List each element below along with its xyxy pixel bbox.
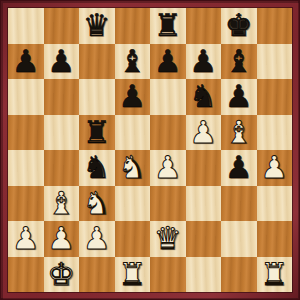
white-queen[interactable]: ♛	[154, 221, 182, 257]
square-g1[interactable]	[221, 257, 257, 293]
white-bishop[interactable]: ♝	[47, 186, 75, 222]
square-f8[interactable]	[186, 8, 222, 44]
square-d2[interactable]	[115, 221, 151, 257]
white-knight[interactable]: ♞	[83, 186, 111, 222]
square-f1[interactable]	[186, 257, 222, 293]
square-f5[interactable]: ♟	[186, 115, 222, 151]
black-pawn[interactable]: ♟	[47, 44, 75, 80]
square-b6[interactable]	[44, 79, 80, 115]
square-c2[interactable]: ♟	[79, 221, 115, 257]
square-h3[interactable]	[257, 186, 293, 222]
white-pawn[interactable]: ♟	[189, 115, 217, 151]
square-d6[interactable]: ♟	[115, 79, 151, 115]
square-d7[interactable]: ♝	[115, 44, 151, 80]
white-pawn[interactable]: ♟	[83, 221, 111, 257]
square-e7[interactable]: ♟	[150, 44, 186, 80]
square-f4[interactable]	[186, 150, 222, 186]
square-d4[interactable]: ♞	[115, 150, 151, 186]
square-h4[interactable]: ♟	[257, 150, 293, 186]
black-queen[interactable]: ♛	[83, 8, 111, 44]
square-h8[interactable]	[257, 8, 293, 44]
square-c1[interactable]	[79, 257, 115, 293]
square-f7[interactable]: ♟	[186, 44, 222, 80]
square-e6[interactable]	[150, 79, 186, 115]
square-e5[interactable]	[150, 115, 186, 151]
square-c7[interactable]	[79, 44, 115, 80]
black-pawn[interactable]: ♟	[225, 79, 253, 115]
white-knight[interactable]: ♞	[118, 150, 146, 186]
white-pawn[interactable]: ♟	[12, 221, 40, 257]
square-g8[interactable]: ♚	[221, 8, 257, 44]
square-a3[interactable]	[8, 186, 44, 222]
board-frame: ♛♜♚♟♟♝♟♟♝♟♞♟♜♟♝♞♞♟♟♟♝♞♟♟♟♛♚♜♜	[0, 0, 300, 300]
square-a8[interactable]	[8, 8, 44, 44]
square-e8[interactable]: ♜	[150, 8, 186, 44]
square-b7[interactable]: ♟	[44, 44, 80, 80]
square-f2[interactable]	[186, 221, 222, 257]
square-c3[interactable]: ♞	[79, 186, 115, 222]
black-king[interactable]: ♚	[225, 8, 253, 44]
square-g6[interactable]: ♟	[221, 79, 257, 115]
square-b8[interactable]	[44, 8, 80, 44]
square-g2[interactable]	[221, 221, 257, 257]
black-rook[interactable]: ♜	[154, 8, 182, 44]
square-e1[interactable]	[150, 257, 186, 293]
square-g7[interactable]: ♝	[221, 44, 257, 80]
black-pawn[interactable]: ♟	[154, 44, 182, 80]
black-pawn[interactable]: ♟	[118, 79, 146, 115]
square-b4[interactable]	[44, 150, 80, 186]
white-bishop[interactable]: ♝	[225, 115, 253, 151]
black-bishop[interactable]: ♝	[225, 44, 253, 80]
black-bishop[interactable]: ♝	[118, 44, 146, 80]
square-c4[interactable]: ♞	[79, 150, 115, 186]
chess-board: ♛♜♚♟♟♝♟♟♝♟♞♟♜♟♝♞♞♟♟♟♝♞♟♟♟♛♚♜♜	[8, 8, 292, 292]
square-a6[interactable]	[8, 79, 44, 115]
square-h5[interactable]	[257, 115, 293, 151]
white-pawn[interactable]: ♟	[154, 150, 182, 186]
square-d5[interactable]	[115, 115, 151, 151]
square-b5[interactable]	[44, 115, 80, 151]
square-e3[interactable]	[150, 186, 186, 222]
white-king[interactable]: ♚	[47, 257, 75, 293]
square-b3[interactable]: ♝	[44, 186, 80, 222]
square-b1[interactable]: ♚	[44, 257, 80, 293]
square-d3[interactable]	[115, 186, 151, 222]
square-c6[interactable]	[79, 79, 115, 115]
square-g3[interactable]	[221, 186, 257, 222]
square-g5[interactable]: ♝	[221, 115, 257, 151]
square-a1[interactable]	[8, 257, 44, 293]
black-pawn[interactable]: ♟	[225, 150, 253, 186]
square-d8[interactable]	[115, 8, 151, 44]
square-f3[interactable]	[186, 186, 222, 222]
black-pawn[interactable]: ♟	[189, 44, 217, 80]
square-a2[interactable]: ♟	[8, 221, 44, 257]
square-b2[interactable]: ♟	[44, 221, 80, 257]
black-knight[interactable]: ♞	[189, 79, 217, 115]
square-e2[interactable]: ♛	[150, 221, 186, 257]
black-rook[interactable]: ♜	[83, 115, 111, 151]
white-rook[interactable]: ♜	[260, 257, 288, 293]
square-h6[interactable]	[257, 79, 293, 115]
black-pawn[interactable]: ♟	[12, 44, 40, 80]
black-knight[interactable]: ♞	[83, 150, 111, 186]
square-g4[interactable]: ♟	[221, 150, 257, 186]
square-h1[interactable]: ♜	[257, 257, 293, 293]
square-a4[interactable]	[8, 150, 44, 186]
square-a5[interactable]	[8, 115, 44, 151]
square-e4[interactable]: ♟	[150, 150, 186, 186]
white-pawn[interactable]: ♟	[260, 150, 288, 186]
square-d1[interactable]: ♜	[115, 257, 151, 293]
square-f6[interactable]: ♞	[186, 79, 222, 115]
square-c5[interactable]: ♜	[79, 115, 115, 151]
square-c8[interactable]: ♛	[79, 8, 115, 44]
square-h7[interactable]	[257, 44, 293, 80]
square-h2[interactable]	[257, 221, 293, 257]
square-a7[interactable]: ♟	[8, 44, 44, 80]
white-rook[interactable]: ♜	[118, 257, 146, 293]
white-pawn[interactable]: ♟	[47, 221, 75, 257]
